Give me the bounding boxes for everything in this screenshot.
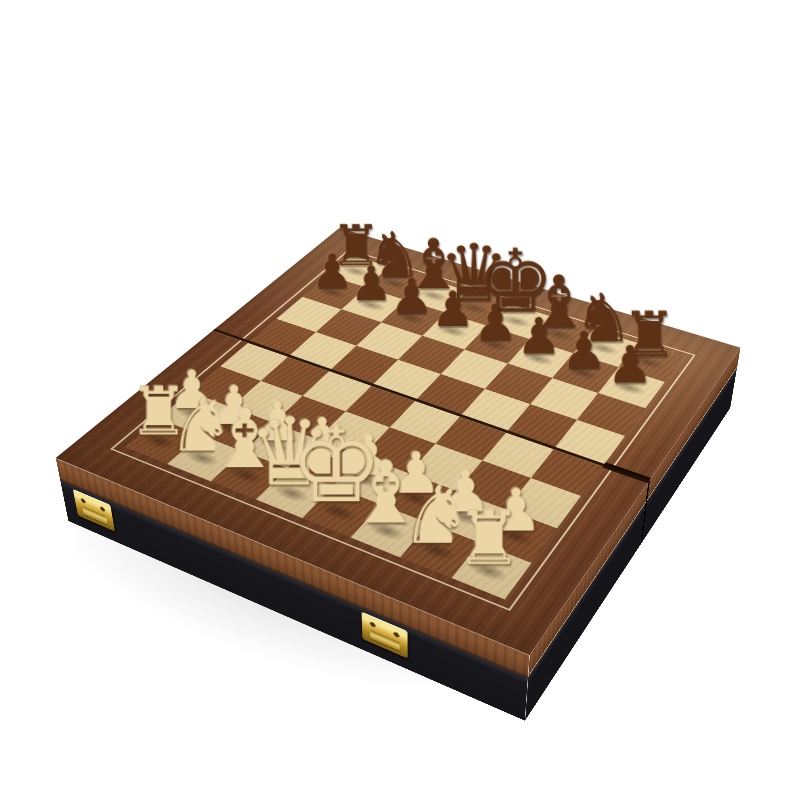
black-pawn[interactable]: ♟ [431, 284, 475, 333]
black-pawn[interactable]: ♟ [311, 248, 353, 295]
black-pawn[interactable]: ♟ [473, 297, 517, 346]
black-pawn[interactable]: ♟ [516, 311, 561, 361]
black-pawn[interactable]: ♟ [607, 339, 653, 391]
black-pawn[interactable]: ♟ [350, 259, 393, 306]
brass-clasp-left [73, 489, 115, 532]
brass-clasp-front [362, 612, 408, 659]
black-pawn[interactable]: ♟ [390, 272, 433, 320]
product-photo: ♜♞♝♛♚♝♞♜♟♟♟♟♟♟♟♟♟♟♟♟♟♟♟♟♜♞♝♛♚♝♞♜ [0, 0, 800, 800]
white-rook[interactable]: ♜ [455, 500, 522, 575]
black-pawn[interactable]: ♟ [561, 324, 607, 375]
